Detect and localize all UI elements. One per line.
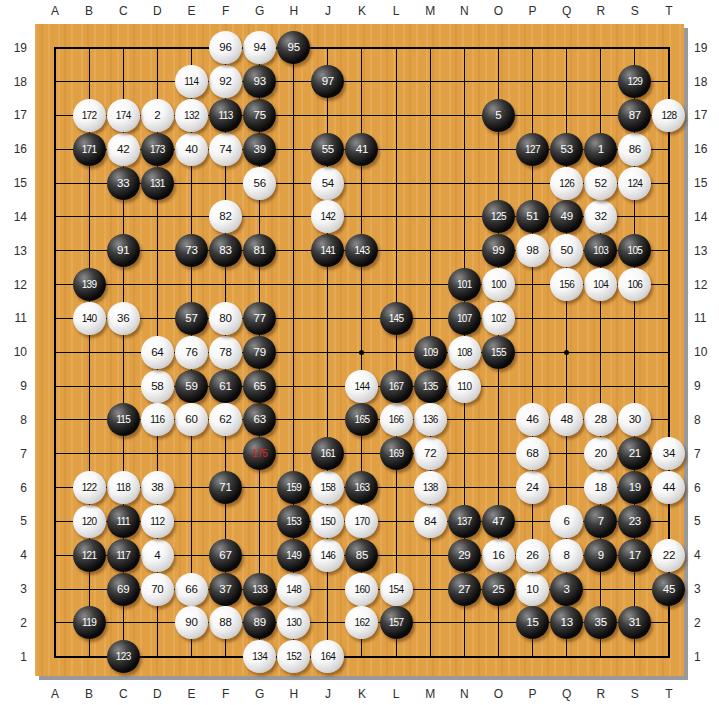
row-label-left: 12 — [0, 278, 27, 292]
stone-F4[interactable]: 67 — [209, 539, 242, 572]
stone-R5[interactable]: 7 — [584, 505, 617, 538]
move-number: 100 — [491, 279, 506, 290]
stone-L2[interactable]: 157 — [380, 606, 413, 639]
stone-F18[interactable]: 92 — [209, 65, 242, 98]
move-number: 86 — [629, 144, 641, 155]
row-label-right: 14 — [694, 210, 719, 224]
row-label-left: 13 — [0, 244, 27, 258]
move-number: 48 — [560, 414, 572, 425]
move-number: 61 — [219, 381, 231, 392]
move-number: 31 — [629, 617, 641, 628]
stone-F19[interactable]: 96 — [209, 31, 242, 64]
stone-T3[interactable]: 45 — [652, 573, 685, 606]
stone-C6[interactable]: 118 — [107, 471, 140, 504]
move-number: 91 — [117, 245, 129, 256]
move-number: 124 — [627, 178, 642, 189]
last-move-number: 175 — [252, 448, 267, 459]
move-number: 57 — [185, 313, 197, 324]
stone-N3[interactable]: 27 — [448, 573, 481, 606]
go-board[interactable]: 1234567891013151617181920212223242526272… — [35, 24, 684, 676]
stone-G17[interactable]: 75 — [243, 99, 276, 132]
stone-E3[interactable]: 66 — [175, 573, 208, 606]
move-number: 40 — [185, 144, 197, 155]
move-number: 169 — [389, 448, 404, 459]
row-label-left: 5 — [0, 514, 27, 528]
stone-C3[interactable]: 69 — [107, 573, 140, 606]
move-number: 20 — [595, 448, 607, 459]
row-label-left: 14 — [0, 210, 27, 224]
stone-T17[interactable]: 128 — [652, 99, 685, 132]
column-label-top: Q — [557, 4, 577, 18]
row-label-right: 4 — [694, 548, 719, 562]
column-label-top: G — [250, 4, 270, 18]
stone-N5[interactable]: 137 — [448, 505, 481, 538]
stone-L7[interactable]: 169 — [380, 437, 413, 470]
move-number: 146 — [320, 550, 335, 561]
stone-Q15[interactable]: 126 — [550, 167, 583, 200]
move-number: 88 — [219, 617, 231, 628]
row-label-right: 15 — [694, 176, 719, 190]
move-number: 126 — [559, 178, 574, 189]
stone-L9[interactable]: 167 — [380, 370, 413, 403]
move-number: 16 — [492, 550, 504, 561]
stone-Q16[interactable]: 53 — [550, 133, 583, 166]
move-number: 172 — [82, 110, 97, 121]
column-label-top: R — [591, 4, 611, 18]
grid-line-horizontal — [55, 81, 669, 82]
stone-H3[interactable]: 148 — [277, 573, 310, 606]
move-number: 54 — [322, 178, 334, 189]
column-label-bottom: O — [488, 687, 508, 701]
stone-K9[interactable]: 144 — [345, 370, 378, 403]
move-number: 109 — [423, 347, 438, 358]
column-label-top: O — [488, 4, 508, 18]
stone-N11[interactable]: 107 — [448, 302, 481, 335]
move-number: 130 — [286, 617, 301, 628]
move-number: 38 — [151, 482, 163, 493]
row-label-left: 17 — [0, 108, 27, 122]
move-number: 105 — [627, 245, 642, 256]
stone-T4[interactable]: 22 — [652, 539, 685, 572]
stone-J16[interactable]: 55 — [311, 133, 344, 166]
move-number: 133 — [252, 584, 267, 595]
stone-B5[interactable]: 120 — [73, 505, 106, 538]
move-number: 98 — [526, 245, 538, 256]
move-number: 58 — [151, 381, 163, 392]
move-number: 163 — [355, 482, 370, 493]
column-label-bottom: K — [352, 687, 372, 701]
move-number: 92 — [219, 76, 231, 87]
column-label-top: D — [147, 4, 167, 18]
column-label-bottom: S — [625, 687, 645, 701]
stone-D15[interactable]: 131 — [141, 167, 174, 200]
move-number: 75 — [253, 110, 265, 121]
stone-J5[interactable]: 150 — [311, 505, 344, 538]
move-number: 85 — [356, 550, 368, 561]
column-label-top: B — [79, 4, 99, 18]
move-number: 68 — [526, 448, 538, 459]
stone-D17[interactable]: 2 — [141, 99, 174, 132]
stone-B16[interactable]: 171 — [73, 133, 106, 166]
stone-O13[interactable]: 99 — [482, 234, 515, 267]
stone-J15[interactable]: 54 — [311, 167, 344, 200]
move-number: 28 — [595, 414, 607, 425]
row-label-left: 10 — [0, 345, 27, 359]
stone-B6[interactable]: 122 — [73, 471, 106, 504]
row-label-right: 16 — [694, 142, 719, 156]
move-number: 90 — [185, 617, 197, 628]
move-number: 67 — [219, 550, 231, 561]
move-number: 83 — [219, 245, 231, 256]
stone-E9[interactable]: 59 — [175, 370, 208, 403]
move-number: 59 — [185, 381, 197, 392]
stone-P16[interactable]: 127 — [516, 133, 549, 166]
stone-M5[interactable]: 84 — [414, 505, 447, 538]
move-number: 80 — [219, 313, 231, 324]
move-number: 114 — [184, 76, 198, 87]
stone-S16[interactable]: 86 — [618, 133, 651, 166]
move-number: 152 — [286, 651, 301, 662]
row-label-left: 4 — [0, 548, 27, 562]
stone-D4[interactable]: 4 — [141, 539, 174, 572]
stone-H5[interactable]: 153 — [277, 505, 310, 538]
stone-E18[interactable]: 114 — [175, 65, 208, 98]
stone-F13[interactable]: 83 — [209, 234, 242, 267]
move-number: 77 — [253, 313, 265, 324]
move-number: 8 — [564, 550, 570, 561]
stone-P3[interactable]: 10 — [516, 573, 549, 606]
move-number: 73 — [185, 245, 197, 256]
move-number: 153 — [286, 516, 301, 527]
column-label-top: L — [386, 4, 406, 18]
stone-G16[interactable]: 39 — [243, 133, 276, 166]
stone-G1[interactable]: 134 — [243, 640, 276, 673]
move-number: 93 — [253, 76, 265, 87]
stone-C13[interactable]: 91 — [107, 234, 140, 267]
move-number: 149 — [286, 550, 301, 561]
move-number: 76 — [185, 347, 197, 358]
stone-G15[interactable]: 56 — [243, 167, 276, 200]
move-number: 33 — [117, 178, 129, 189]
column-label-bottom: G — [250, 687, 270, 701]
move-number: 122 — [82, 482, 97, 493]
stone-T6[interactable]: 44 — [652, 471, 685, 504]
column-label-bottom: F — [216, 687, 236, 701]
column-label-top: A — [45, 4, 65, 18]
move-number: 171 — [82, 144, 97, 155]
column-label-top: N — [454, 4, 474, 18]
move-number: 142 — [320, 211, 335, 222]
move-number: 145 — [389, 313, 404, 324]
move-number: 101 — [457, 279, 472, 290]
stone-J1[interactable]: 164 — [311, 640, 344, 673]
stone-M10[interactable]: 109 — [414, 336, 447, 369]
stone-E13[interactable]: 73 — [175, 234, 208, 267]
stone-Q4[interactable]: 8 — [550, 539, 583, 572]
stone-N12[interactable]: 101 — [448, 268, 481, 301]
stone-L8[interactable]: 166 — [380, 403, 413, 436]
stone-J4[interactable]: 146 — [311, 539, 344, 572]
move-number: 165 — [355, 414, 370, 425]
stone-N9[interactable]: 110 — [448, 370, 481, 403]
move-number: 53 — [560, 144, 572, 155]
row-label-right: 10 — [694, 345, 719, 359]
row-label-left: 1 — [0, 650, 27, 664]
stone-C15[interactable]: 33 — [107, 167, 140, 200]
move-number: 84 — [424, 516, 436, 527]
move-number: 135 — [423, 381, 438, 392]
stone-G9[interactable]: 65 — [243, 370, 276, 403]
stone-P6[interactable]: 24 — [516, 471, 549, 504]
move-number: 50 — [560, 245, 572, 256]
stone-B4[interactable]: 121 — [73, 539, 106, 572]
column-label-bottom: H — [284, 687, 304, 701]
column-label-top: S — [625, 4, 645, 18]
star-point — [564, 350, 569, 355]
stone-D3[interactable]: 70 — [141, 573, 174, 606]
move-number: 21 — [629, 448, 641, 459]
stone-M8[interactable]: 136 — [414, 403, 447, 436]
stone-K16[interactable]: 41 — [345, 133, 378, 166]
move-number: 117 — [116, 550, 130, 561]
move-number: 44 — [663, 482, 675, 493]
stone-R15[interactable]: 52 — [584, 167, 617, 200]
move-number: 29 — [458, 550, 470, 561]
stone-N4[interactable]: 29 — [448, 539, 481, 572]
move-number: 139 — [82, 279, 97, 290]
move-number: 36 — [117, 313, 129, 324]
stone-D10[interactable]: 64 — [141, 336, 174, 369]
column-label-bottom: Q — [557, 687, 577, 701]
stone-Q5[interactable]: 6 — [550, 505, 583, 538]
stone-D5[interactable]: 112 — [141, 505, 174, 538]
move-number: 39 — [253, 144, 265, 155]
move-number: 102 — [491, 313, 506, 324]
column-label-top: J — [318, 4, 338, 18]
stone-P7[interactable]: 68 — [516, 437, 549, 470]
row-label-left: 16 — [0, 142, 27, 156]
move-number: 24 — [526, 482, 538, 493]
stone-B2[interactable]: 119 — [73, 606, 106, 639]
move-number: 66 — [185, 584, 197, 595]
row-label-right: 19 — [694, 41, 719, 55]
move-number: 37 — [219, 584, 231, 595]
column-label-top: P — [523, 4, 543, 18]
column-label-top: H — [284, 4, 304, 18]
move-number: 108 — [457, 347, 472, 358]
stone-C17[interactable]: 174 — [107, 99, 140, 132]
stone-G10[interactable]: 79 — [243, 336, 276, 369]
move-number: 131 — [150, 178, 165, 189]
move-number: 5 — [495, 110, 501, 121]
move-number: 79 — [253, 347, 265, 358]
stone-H4[interactable]: 149 — [277, 539, 310, 572]
stone-S17[interactable]: 87 — [618, 99, 651, 132]
stone-K3[interactable]: 160 — [345, 573, 378, 606]
move-number: 123 — [116, 651, 131, 662]
move-number: 65 — [253, 381, 265, 392]
stone-F3[interactable]: 37 — [209, 573, 242, 606]
stone-Q3[interactable]: 3 — [550, 573, 583, 606]
move-number: 74 — [219, 144, 231, 155]
stone-C11[interactable]: 36 — [107, 302, 140, 335]
stone-R4[interactable]: 9 — [584, 539, 617, 572]
move-number: 116 — [150, 414, 164, 425]
stone-C1[interactable]: 123 — [107, 640, 140, 673]
stone-O10[interactable]: 155 — [482, 336, 515, 369]
move-number: 45 — [663, 584, 675, 595]
stone-C5[interactable]: 111 — [107, 505, 140, 538]
stone-K4[interactable]: 85 — [345, 539, 378, 572]
stone-D8[interactable]: 116 — [141, 403, 174, 436]
move-number: 32 — [595, 211, 607, 222]
move-number: 27 — [458, 584, 470, 595]
move-number: 166 — [389, 414, 404, 425]
move-number: 69 — [117, 584, 129, 595]
move-number: 148 — [286, 584, 301, 595]
stone-D9[interactable]: 58 — [141, 370, 174, 403]
stone-S15[interactable]: 124 — [618, 167, 651, 200]
stone-P13[interactable]: 98 — [516, 234, 549, 267]
stone-S5[interactable]: 23 — [618, 505, 651, 538]
move-number: 110 — [457, 381, 471, 392]
stone-O3[interactable]: 25 — [482, 573, 515, 606]
column-label-top: K — [352, 4, 372, 18]
move-number: 112 — [150, 516, 164, 527]
move-number: 103 — [593, 245, 608, 256]
row-label-right: 3 — [694, 582, 719, 596]
column-label-bottom: D — [147, 687, 167, 701]
move-number: 35 — [595, 617, 607, 628]
column-label-top: M — [420, 4, 440, 18]
stone-D6[interactable]: 38 — [141, 471, 174, 504]
stone-B11[interactable]: 140 — [73, 302, 106, 335]
move-number: 7 — [598, 516, 604, 527]
stone-E17[interactable]: 132 — [175, 99, 208, 132]
move-number: 138 — [423, 482, 438, 493]
column-label-top: C — [113, 4, 133, 18]
move-number: 94 — [253, 42, 265, 53]
stone-O4[interactable]: 16 — [482, 539, 515, 572]
stone-O17[interactable]: 5 — [482, 99, 515, 132]
move-number: 78 — [219, 347, 231, 358]
stone-O5[interactable]: 47 — [482, 505, 515, 538]
column-label-bottom: L — [386, 687, 406, 701]
stone-T7[interactable]: 34 — [652, 437, 685, 470]
stone-F9[interactable]: 61 — [209, 370, 242, 403]
stone-N10[interactable]: 108 — [448, 336, 481, 369]
stone-F16[interactable]: 74 — [209, 133, 242, 166]
stone-F11[interactable]: 80 — [209, 302, 242, 335]
move-number: 173 — [150, 144, 165, 155]
row-label-right: 8 — [694, 413, 719, 427]
move-number: 155 — [491, 347, 506, 358]
move-number: 71 — [219, 482, 231, 493]
stone-E16[interactable]: 40 — [175, 133, 208, 166]
move-number: 62 — [219, 414, 231, 425]
stone-O12[interactable]: 100 — [482, 268, 515, 301]
move-number: 82 — [219, 211, 231, 222]
move-number: 156 — [559, 279, 574, 290]
move-number: 60 — [185, 414, 197, 425]
grid-line-horizontal — [55, 453, 669, 454]
stone-L11[interactable]: 145 — [380, 302, 413, 335]
stone-B17[interactable]: 172 — [73, 99, 106, 132]
move-number: 87 — [629, 110, 641, 121]
move-number: 3 — [564, 584, 570, 595]
move-number: 9 — [598, 550, 604, 561]
stone-L3[interactable]: 154 — [380, 573, 413, 606]
stone-C16[interactable]: 42 — [107, 133, 140, 166]
stone-B12[interactable]: 139 — [73, 268, 106, 301]
stone-F6[interactable]: 71 — [209, 471, 242, 504]
move-number: 17 — [629, 550, 641, 561]
move-number: 104 — [593, 279, 608, 290]
row-label-left: 7 — [0, 447, 27, 461]
move-number: 115 — [116, 414, 130, 425]
stone-C4[interactable]: 117 — [107, 539, 140, 572]
row-label-right: 5 — [694, 514, 719, 528]
move-number: 160 — [355, 584, 370, 595]
move-number: 49 — [560, 211, 572, 222]
move-number: 106 — [627, 279, 642, 290]
move-number: 164 — [320, 651, 335, 662]
stone-G11[interactable]: 77 — [243, 302, 276, 335]
move-number: 6 — [564, 516, 570, 527]
stone-S4[interactable]: 17 — [618, 539, 651, 572]
stone-M9[interactable]: 135 — [414, 370, 447, 403]
move-number: 174 — [116, 110, 131, 121]
stone-M6[interactable]: 138 — [414, 471, 447, 504]
column-label-bottom: R — [591, 687, 611, 701]
stone-Q12[interactable]: 156 — [550, 268, 583, 301]
stone-R16[interactable]: 1 — [584, 133, 617, 166]
move-number: 167 — [389, 381, 404, 392]
move-number: 2 — [154, 110, 160, 121]
move-number: 157 — [389, 617, 404, 628]
row-label-left: 15 — [0, 176, 27, 190]
stone-G3[interactable]: 133 — [243, 573, 276, 606]
stone-D16[interactable]: 173 — [141, 133, 174, 166]
stone-P4[interactable]: 26 — [516, 539, 549, 572]
move-number: 52 — [595, 178, 607, 189]
move-number: 13 — [560, 617, 572, 628]
move-number: 4 — [154, 550, 160, 561]
stone-E11[interactable]: 57 — [175, 302, 208, 335]
stone-F17[interactable]: 113 — [209, 99, 242, 132]
stone-H1[interactable]: 152 — [277, 640, 310, 673]
move-number: 10 — [526, 584, 538, 595]
move-number: 89 — [253, 617, 265, 628]
move-number: 159 — [286, 482, 301, 493]
move-number: 118 — [116, 482, 130, 493]
stone-M7[interactable]: 72 — [414, 437, 447, 470]
stone-F10[interactable]: 78 — [209, 336, 242, 369]
move-number: 158 — [320, 482, 335, 493]
row-label-left: 2 — [0, 616, 27, 630]
stone-E10[interactable]: 76 — [175, 336, 208, 369]
stone-G18[interactable]: 93 — [243, 65, 276, 98]
stone-O11[interactable]: 102 — [482, 302, 515, 335]
move-number: 125 — [491, 211, 506, 222]
row-label-left: 6 — [0, 481, 27, 495]
column-label-bottom: C — [113, 687, 133, 701]
row-label-left: 19 — [0, 41, 27, 55]
move-number: 140 — [82, 313, 97, 324]
stone-C8[interactable]: 115 — [107, 403, 140, 436]
go-kifu-viewer: 1234567891013151617181920212223242526272… — [0, 0, 719, 705]
move-number: 25 — [492, 584, 504, 595]
